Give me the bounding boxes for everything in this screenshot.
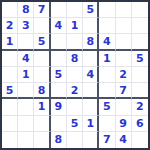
cell-r6c9[interactable]	[132, 83, 148, 99]
cell-r9c2[interactable]	[18, 132, 34, 148]
cell-r5c8[interactable]: 2	[116, 67, 132, 83]
cell-r7c9[interactable]: 2	[132, 99, 148, 115]
sudoku-board: 8752341158448151542582719525196874	[0, 0, 150, 150]
cell-r6c3[interactable]: 8	[34, 83, 50, 99]
cell-r6c4[interactable]	[51, 83, 67, 99]
cell-r5c4[interactable]: 5	[51, 67, 67, 83]
cell-r5c2[interactable]: 1	[18, 67, 34, 83]
cell-r2c8[interactable]	[116, 18, 132, 34]
cell-r9c1[interactable]	[2, 132, 18, 148]
cell-r9c6[interactable]	[83, 132, 99, 148]
cell-r2c4[interactable]: 4	[51, 18, 67, 34]
cell-r9c3[interactable]	[34, 132, 50, 148]
cell-r2c7[interactable]	[99, 18, 115, 34]
cell-r6c2[interactable]	[18, 83, 34, 99]
cell-r4c3[interactable]	[34, 51, 50, 67]
cell-r9c5[interactable]	[67, 132, 83, 148]
cell-r9c9[interactable]	[132, 132, 148, 148]
cell-r8c4[interactable]	[51, 116, 67, 132]
cell-r3c7[interactable]: 4	[99, 34, 115, 50]
cell-r4c4[interactable]	[51, 51, 67, 67]
cell-r8c3[interactable]	[34, 116, 50, 132]
cell-r1c9[interactable]	[132, 2, 148, 18]
cell-r4c6[interactable]	[83, 51, 99, 67]
cell-r8c2[interactable]	[18, 116, 34, 132]
cell-r1c5[interactable]	[67, 2, 83, 18]
cell-r8c9[interactable]: 6	[132, 116, 148, 132]
cell-r7c4[interactable]: 9	[51, 99, 67, 115]
cell-r2c2[interactable]: 3	[18, 18, 34, 34]
cell-r1c7[interactable]	[99, 2, 115, 18]
cell-r4c7[interactable]: 1	[99, 51, 115, 67]
cell-r7c8[interactable]	[116, 99, 132, 115]
cell-r1c1[interactable]	[2, 2, 18, 18]
cell-r3c3[interactable]: 5	[34, 34, 50, 50]
cell-r8c1[interactable]	[2, 116, 18, 132]
cell-r5c6[interactable]: 4	[83, 67, 99, 83]
cell-r8c8[interactable]: 9	[116, 116, 132, 132]
cell-r5c7[interactable]	[99, 67, 115, 83]
cell-r3c9[interactable]	[132, 34, 148, 50]
cell-r8c5[interactable]: 5	[67, 116, 83, 132]
cell-r4c1[interactable]	[2, 51, 18, 67]
cell-r2c5[interactable]: 1	[67, 18, 83, 34]
cell-r9c4[interactable]: 8	[51, 132, 67, 148]
cell-r8c7[interactable]	[99, 116, 115, 132]
cell-r3c2[interactable]	[18, 34, 34, 50]
cell-r7c2[interactable]	[18, 99, 34, 115]
cell-r2c6[interactable]	[83, 18, 99, 34]
cell-r7c5[interactable]	[67, 99, 83, 115]
cell-r9c7[interactable]: 7	[99, 132, 115, 148]
cell-r6c5[interactable]: 2	[67, 83, 83, 99]
cell-r6c1[interactable]: 5	[2, 83, 18, 99]
cell-r5c1[interactable]	[2, 67, 18, 83]
cell-r8c6[interactable]: 1	[83, 116, 99, 132]
cell-r3c5[interactable]	[67, 34, 83, 50]
cell-r1c2[interactable]: 8	[18, 2, 34, 18]
cell-r9c8[interactable]: 4	[116, 132, 132, 148]
cell-r4c8[interactable]	[116, 51, 132, 67]
cell-r2c9[interactable]	[132, 18, 148, 34]
cell-r3c8[interactable]	[116, 34, 132, 50]
cell-r2c1[interactable]: 2	[2, 18, 18, 34]
cell-r6c7[interactable]	[99, 83, 115, 99]
cell-r1c6[interactable]: 5	[83, 2, 99, 18]
cell-r1c4[interactable]	[51, 2, 67, 18]
cell-r1c8[interactable]	[116, 2, 132, 18]
cell-r7c3[interactable]: 1	[34, 99, 50, 115]
cell-r1c3[interactable]: 7	[34, 2, 50, 18]
cell-r3c1[interactable]: 1	[2, 34, 18, 50]
cell-r3c4[interactable]	[51, 34, 67, 50]
cell-r5c5[interactable]	[67, 67, 83, 83]
cell-r2c3[interactable]	[34, 18, 50, 34]
cell-r5c9[interactable]	[132, 67, 148, 83]
cell-r7c1[interactable]	[2, 99, 18, 115]
cell-r3c6[interactable]: 8	[83, 34, 99, 50]
cell-r6c6[interactable]	[83, 83, 99, 99]
cell-r7c6[interactable]	[83, 99, 99, 115]
cell-r4c2[interactable]: 4	[18, 51, 34, 67]
cell-r4c9[interactable]: 5	[132, 51, 148, 67]
cell-r4c5[interactable]: 8	[67, 51, 83, 67]
cell-r7c7[interactable]: 5	[99, 99, 115, 115]
cell-r5c3[interactable]	[34, 67, 50, 83]
cell-r6c8[interactable]: 7	[116, 83, 132, 99]
